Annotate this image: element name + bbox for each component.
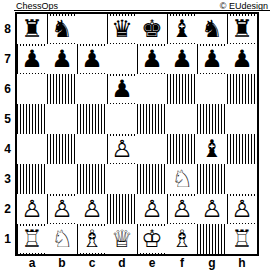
square-h7[interactable]: ♟: [227, 44, 257, 74]
piece-white-knight[interactable]: ♘: [171, 167, 193, 191]
piece-backdrop: ♙: [229, 196, 255, 223]
piece-white-pawn[interactable]: ♙: [171, 197, 193, 221]
square-a3[interactable]: [17, 164, 47, 194]
piece-white-bishop[interactable]: ♗: [81, 227, 103, 251]
square-e4[interactable]: [137, 134, 167, 164]
piece-backdrop: ♞: [49, 16, 75, 43]
square-e1[interactable]: ♔: [137, 224, 167, 254]
piece-black-pawn[interactable]: ♟: [141, 47, 163, 71]
piece-white-pawn[interactable]: ♙: [21, 197, 43, 221]
file-label-e: e: [137, 256, 167, 270]
piece-white-pawn[interactable]: ♙: [81, 197, 103, 221]
square-g5[interactable]: [197, 104, 227, 134]
square-h6[interactable]: [227, 74, 257, 104]
square-d5[interactable]: [107, 104, 137, 134]
square-g1[interactable]: [197, 224, 227, 254]
square-d8[interactable]: ♛: [107, 14, 137, 44]
square-e2[interactable]: ♙: [137, 194, 167, 224]
piece-backdrop: ♖: [19, 226, 45, 253]
rank-label-6: 6: [0, 74, 15, 104]
file-label-a: a: [17, 256, 47, 270]
piece-black-rook[interactable]: ♜: [231, 17, 253, 41]
rank-label-1: 1: [0, 224, 15, 254]
rank-label-2: 2: [0, 194, 15, 224]
square-f8[interactable]: ♝: [167, 14, 197, 44]
piece-black-pawn[interactable]: ♟: [21, 47, 43, 71]
piece-white-rook[interactable]: ♖: [231, 227, 253, 251]
rank-labels: 87654321: [0, 12, 15, 254]
file-label-d: d: [107, 256, 137, 270]
file-label-c: c: [77, 256, 107, 270]
rank-label-4: 4: [0, 134, 15, 164]
square-f4[interactable]: [167, 134, 197, 164]
piece-white-rook[interactable]: ♖: [21, 227, 43, 251]
file-labels: abcdefgh: [17, 256, 257, 270]
file-label-g: g: [197, 256, 227, 270]
square-h8[interactable]: ♜: [227, 14, 257, 44]
piece-black-rook[interactable]: ♜: [21, 17, 43, 41]
piece-black-bishop[interactable]: ♝: [201, 137, 223, 161]
square-f5[interactable]: [167, 104, 197, 134]
piece-black-bishop[interactable]: ♝: [171, 17, 193, 41]
square-f1[interactable]: ♗: [167, 224, 197, 254]
file-label-b: b: [47, 256, 77, 270]
chess-app-window: ChessOps © EUdesign 87654321 ♜♞♛♚♝♞♜♟♟♟♟…: [0, 0, 270, 270]
piece-backdrop: ♙: [49, 196, 75, 223]
square-b1[interactable]: ♘: [47, 224, 77, 254]
square-b4[interactable]: [47, 134, 77, 164]
piece-black-knight[interactable]: ♞: [201, 17, 223, 41]
square-a7[interactable]: ♟: [17, 44, 47, 74]
square-e7[interactable]: ♟: [137, 44, 167, 74]
file-label-f: f: [167, 256, 197, 270]
piece-white-pawn[interactable]: ♙: [51, 197, 73, 221]
square-c6[interactable]: [77, 74, 107, 104]
square-f2[interactable]: ♙: [167, 194, 197, 224]
square-f7[interactable]: ♟: [167, 44, 197, 74]
rank-label-7: 7: [0, 44, 15, 74]
square-h5[interactable]: [227, 104, 257, 134]
square-g6[interactable]: [197, 74, 227, 104]
piece-white-bishop[interactable]: ♗: [171, 227, 193, 251]
piece-black-king[interactable]: ♚: [141, 17, 163, 41]
piece-backdrop: ♜: [229, 16, 255, 43]
square-a5[interactable]: [17, 104, 47, 134]
piece-black-knight[interactable]: ♞: [51, 17, 73, 41]
square-g3[interactable]: [197, 164, 227, 194]
board: ♜♞♛♚♝♞♜♟♟♟♟♟♟♟♟♙♝♘♙♙♙♙♙♙♙♖♘♗♕♔♗♖: [15, 12, 259, 256]
square-d1[interactable]: ♕: [107, 224, 137, 254]
square-e6[interactable]: [137, 74, 167, 104]
square-f6[interactable]: [167, 74, 197, 104]
header-rule: [14, 10, 270, 11]
piece-black-pawn[interactable]: ♟: [111, 77, 133, 101]
square-c8[interactable]: [77, 14, 107, 44]
piece-backdrop: ♟: [139, 46, 165, 73]
square-a8[interactable]: ♜: [17, 14, 47, 44]
square-e8[interactable]: ♚: [137, 14, 167, 44]
square-c3[interactable]: [77, 164, 107, 194]
square-a6[interactable]: [17, 74, 47, 104]
square-c2[interactable]: ♙: [77, 194, 107, 224]
square-g2[interactable]: ♙: [197, 194, 227, 224]
piece-backdrop: ♝: [169, 16, 195, 43]
square-f3[interactable]: ♘: [167, 164, 197, 194]
square-g4[interactable]: ♝: [197, 134, 227, 164]
piece-backdrop: ♟: [199, 46, 225, 73]
rank-label-5: 5: [0, 104, 15, 134]
piece-black-pawn[interactable]: ♟: [51, 47, 73, 71]
piece-white-pawn[interactable]: ♙: [201, 197, 223, 221]
square-h2[interactable]: ♙: [227, 194, 257, 224]
square-a2[interactable]: ♙: [17, 194, 47, 224]
square-d6[interactable]: ♟: [107, 74, 137, 104]
piece-backdrop: ♟: [109, 76, 135, 103]
piece-backdrop: ♙: [169, 196, 195, 223]
square-b8[interactable]: ♞: [47, 14, 77, 44]
square-d4[interactable]: ♙: [107, 134, 137, 164]
square-e5[interactable]: [137, 104, 167, 134]
square-c4[interactable]: [77, 134, 107, 164]
square-e3[interactable]: [137, 164, 167, 194]
piece-white-queen[interactable]: ♕: [111, 227, 133, 251]
piece-backdrop: ♟: [79, 46, 105, 73]
square-d3[interactable]: [107, 164, 137, 194]
square-b7[interactable]: ♟: [47, 44, 77, 74]
piece-white-pawn[interactable]: ♙: [111, 137, 133, 161]
square-b6[interactable]: [47, 74, 77, 104]
square-d7[interactable]: [107, 44, 137, 74]
piece-black-pawn[interactable]: ♟: [201, 47, 223, 71]
square-c5[interactable]: [77, 104, 107, 134]
piece-black-queen[interactable]: ♛: [111, 17, 133, 41]
piece-backdrop: ♙: [109, 136, 135, 163]
square-b3[interactable]: [47, 164, 77, 194]
piece-black-pawn[interactable]: ♟: [81, 47, 103, 71]
rank-label-3: 3: [0, 164, 15, 194]
piece-white-knight[interactable]: ♘: [51, 227, 73, 251]
square-h3[interactable]: [227, 164, 257, 194]
square-b2[interactable]: ♙: [47, 194, 77, 224]
piece-white-king[interactable]: ♔: [141, 227, 163, 251]
piece-backdrop: ♟: [19, 46, 45, 73]
piece-black-pawn[interactable]: ♟: [231, 47, 253, 71]
square-g7[interactable]: ♟: [197, 44, 227, 74]
square-c1[interactable]: ♗: [77, 224, 107, 254]
square-b5[interactable]: [47, 104, 77, 134]
piece-white-pawn[interactable]: ♙: [141, 197, 163, 221]
square-a1[interactable]: ♖: [17, 224, 47, 254]
piece-backdrop: ♗: [79, 226, 105, 253]
square-c7[interactable]: ♟: [77, 44, 107, 74]
square-d2[interactable]: [107, 194, 137, 224]
square-g8[interactable]: ♞: [197, 14, 227, 44]
square-a4[interactable]: [17, 134, 47, 164]
piece-white-pawn[interactable]: ♙: [231, 197, 253, 221]
rank-label-8: 8: [0, 14, 15, 44]
file-label-h: h: [227, 256, 257, 270]
piece-black-pawn[interactable]: ♟: [171, 47, 193, 71]
square-h1[interactable]: ♖: [227, 224, 257, 254]
piece-backdrop: ♔: [139, 226, 165, 253]
piece-backdrop: ♛: [109, 16, 135, 43]
square-h4[interactable]: [227, 134, 257, 164]
